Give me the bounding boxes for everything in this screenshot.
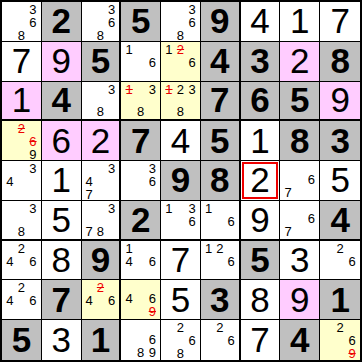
pencil-marks: 378 <box>82 201 120 239</box>
cell-r4c4[interactable]: 7 <box>121 121 161 161</box>
pencil-marks: 368 <box>2 2 41 41</box>
pencil-marks: 36 <box>121 161 160 200</box>
given-digit: 5 <box>12 322 31 358</box>
candidate: 6 <box>106 16 117 29</box>
cell-r1c5[interactable]: 368 <box>161 2 201 42</box>
cell-r6c1[interactable]: 38 <box>2 201 42 241</box>
candidate: 6 <box>225 334 236 347</box>
cell-r9c3[interactable]: 1 <box>82 320 122 360</box>
given-digit: 5 <box>210 123 229 159</box>
cell-r5c1[interactable]: 34 <box>2 161 42 201</box>
candidate: 2 <box>214 242 225 255</box>
cell-r7c6[interactable]: 126 <box>201 241 241 281</box>
cell-r7c9[interactable]: 26 <box>320 241 360 281</box>
cell-r6c6[interactable]: 16 <box>201 201 241 241</box>
cell-r6c9[interactable]: 4 <box>320 201 360 241</box>
cell-r1c7[interactable]: 4 <box>241 2 281 42</box>
given-digit: 9 <box>91 242 110 278</box>
solved-digit: 8 <box>250 282 269 318</box>
pencil-marks: 38 <box>82 82 120 120</box>
cell-r2c6[interactable]: 4 <box>201 42 241 82</box>
candidate: 2 <box>175 321 187 334</box>
given-digit: 4 <box>290 322 309 358</box>
candidate: 6 <box>186 16 198 29</box>
solved-digit: 9 <box>250 202 269 238</box>
cell-r8c1[interactable]: 246 <box>2 280 42 320</box>
candidate: 2 <box>16 242 28 255</box>
candidate: 2 <box>334 321 346 334</box>
candidate: 4 <box>4 175 16 188</box>
cell-r3c7[interactable]: 6 <box>241 82 281 122</box>
candidate: 8 <box>95 225 106 238</box>
candidate: 8 <box>16 29 28 42</box>
cell-r5c6[interactable]: 8 <box>201 161 241 201</box>
candidate: 6 <box>27 16 39 29</box>
solved-digit: 1 <box>290 3 309 39</box>
pencil-marks: 246 <box>2 241 41 280</box>
cell-r4c2[interactable]: 6 <box>42 121 82 161</box>
candidate: 6 <box>27 294 39 307</box>
cell-r4c3[interactable]: 2 <box>82 121 122 161</box>
given-digit: 8 <box>290 123 309 159</box>
given-digit: 7 <box>210 82 229 118</box>
cell-r2c1[interactable]: 7 <box>2 42 42 82</box>
candidate: 4 <box>4 294 16 307</box>
candidate: 8 <box>135 346 147 359</box>
given-digit: 8 <box>330 43 349 79</box>
solved-digit: 3 <box>51 322 70 358</box>
cell-r4c8[interactable]: 8 <box>280 121 320 161</box>
candidate: 1 <box>123 242 135 255</box>
candidate: 1 <box>203 202 214 215</box>
cell-r7c8[interactable]: 3 <box>280 241 320 281</box>
cell-r7c2[interactable]: 8 <box>42 241 82 281</box>
candidate: 6 <box>306 212 318 225</box>
candidate: 4 <box>4 255 16 268</box>
cell-r2c4[interactable]: 16 <box>121 42 161 82</box>
candidate: 8 <box>95 29 106 42</box>
candidate: 8 <box>175 105 187 118</box>
cell-r5c4[interactable]: 36 <box>121 161 161 201</box>
candidate: 6 <box>147 175 159 188</box>
candidate: 6 <box>147 255 159 268</box>
solved-digit: 7 <box>12 43 31 79</box>
cell-r9c7[interactable]: 7 <box>241 320 281 360</box>
given-digit: 9 <box>171 162 190 198</box>
pencil-marks: 136 <box>161 201 200 239</box>
cell-r5c2[interactable]: 1 <box>42 161 82 201</box>
cell-r9c9[interactable]: 269 <box>320 320 360 360</box>
candidate: 6 <box>346 255 358 268</box>
candidate: 2 <box>175 83 187 96</box>
pencil-marks: 368 <box>82 2 120 41</box>
cell-r2c8[interactable]: 2 <box>280 42 320 82</box>
candidate: 4 <box>123 292 135 305</box>
cell-r2c2[interactable]: 9 <box>42 42 82 82</box>
cell-r1c3[interactable]: 368 <box>82 2 122 42</box>
candidate: 3 <box>186 202 198 215</box>
solved-digit: 5 <box>51 202 70 238</box>
candidate: 3 <box>106 202 117 215</box>
cell-r5c9[interactable]: 5 <box>320 161 360 201</box>
solved-digit: 2 <box>91 123 110 159</box>
candidate: 1 <box>123 43 135 56</box>
candidate: 6 <box>186 334 198 347</box>
given-digit: 7 <box>131 123 150 159</box>
cell-r3c3[interactable]: 38 <box>82 82 122 122</box>
cell-r9c1[interactable]: 5 <box>2 320 42 360</box>
cell-r5c3[interactable]: 347 <box>82 161 122 201</box>
candidate: 8 <box>135 105 147 118</box>
candidate: 3 <box>147 83 159 96</box>
cell-r4c1[interactable]: 269 <box>2 121 42 161</box>
cell-r2c5[interactable]: 126 <box>161 42 201 82</box>
given-digit: 5 <box>131 3 150 39</box>
given-digit: 5 <box>91 43 110 79</box>
candidate: 1 <box>203 242 214 255</box>
pencil-marks: 368 <box>161 2 200 41</box>
candidate: 1 <box>163 43 175 56</box>
given-digit: 6 <box>250 82 269 118</box>
candidate: 8 <box>16 225 28 238</box>
pencil-marks: 126 <box>201 241 239 280</box>
cell-r9c4[interactable]: 689 <box>121 320 161 360</box>
pencil-marks: 268 <box>161 320 200 360</box>
given-digit: 2 <box>51 3 70 39</box>
cell-r3c1[interactable]: 1 <box>2 82 42 122</box>
cell-r8c7[interactable]: 8 <box>241 280 281 320</box>
pencil-marks: 126 <box>161 42 200 81</box>
solved-digit: 9 <box>51 43 70 79</box>
cell-r4c7[interactable]: 1 <box>241 121 281 161</box>
solved-digit: 5 <box>330 162 349 198</box>
solved-digit: 2 <box>290 43 309 79</box>
pencil-marks: 16 <box>121 42 160 81</box>
pencil-marks: 347 <box>82 161 120 200</box>
candidate: 6 <box>147 56 159 69</box>
candidate: 8 <box>95 105 106 118</box>
candidate: 8 <box>175 347 187 360</box>
cell-r8c5[interactable]: 5 <box>161 280 201 320</box>
candidate-eliminated: 2 <box>95 281 106 294</box>
candidate: 2 <box>334 242 346 255</box>
pencil-marks: 1238 <box>161 82 200 120</box>
cell-r8c3[interactable]: 246 <box>82 280 122 320</box>
pencil-marks: 138 <box>121 82 160 120</box>
solved-digit: 9 <box>290 282 309 318</box>
cell-r4c9[interactable]: 3 <box>320 121 360 161</box>
candidate: 7 <box>84 188 95 201</box>
cell-r3c2[interactable]: 4 <box>42 82 82 122</box>
cell-r2c3[interactable]: 5 <box>82 42 122 82</box>
cell-r8c2[interactable]: 7 <box>42 280 82 320</box>
given-digit: 9 <box>210 3 229 39</box>
pencil-marks: 246 <box>2 280 41 319</box>
cell-r1c2[interactable]: 2 <box>42 2 82 42</box>
given-digit: 5 <box>250 242 269 278</box>
candidate-eliminated: 9 <box>346 347 358 360</box>
cell-r6c7[interactable]: 9 <box>241 201 281 241</box>
solved-digit: 7 <box>330 3 349 39</box>
pencil-marks: 38 <box>2 201 41 239</box>
candidate: 2 <box>214 321 225 334</box>
cell-r5c5[interactable]: 9 <box>161 161 201 201</box>
cell-r6c5[interactable]: 136 <box>161 201 201 241</box>
cell-r8c6[interactable]: 3 <box>201 280 241 320</box>
pencil-marks: 34 <box>2 161 41 200</box>
cell-r5c7[interactable]: 2 <box>241 161 281 201</box>
candidate: 6 <box>225 255 236 268</box>
candidate: 7 <box>282 186 294 199</box>
cell-r3c5[interactable]: 1238 <box>161 82 201 122</box>
solved-digit: 1 <box>12 82 31 118</box>
pencil-marks: 689 <box>121 320 160 360</box>
candidate: 3 <box>27 202 39 215</box>
cell-r9c6[interactable]: 26 <box>201 320 241 360</box>
cell-r3c8[interactable]: 5 <box>280 82 320 122</box>
candidate: 3 <box>186 83 198 96</box>
candidate: 8 <box>175 29 187 42</box>
cell-r5c8[interactable]: 67 <box>280 161 320 201</box>
cell-r9c2[interactable]: 3 <box>42 320 82 360</box>
solved-digit: 8 <box>51 242 70 278</box>
candidate: 6 <box>27 255 39 268</box>
cell-r3c4[interactable]: 138 <box>121 82 161 122</box>
pencil-marks: 16 <box>201 201 239 239</box>
candidate-eliminated: 2 <box>175 43 187 56</box>
candidate: 6 <box>186 215 198 228</box>
given-digit: 8 <box>210 162 229 198</box>
candidate: 6 <box>306 173 318 186</box>
given-digit: 3 <box>210 282 229 318</box>
cell-r2c9[interactable]: 8 <box>320 42 360 82</box>
given-digit: 2 <box>131 202 150 238</box>
cell-r9c5[interactable]: 268 <box>161 320 201 360</box>
solved-digit: 5 <box>171 282 190 318</box>
solved-digit: 1 <box>51 162 70 198</box>
given-digit: 7 <box>51 282 70 318</box>
cell-r7c4[interactable]: 146 <box>121 241 161 281</box>
pencil-marks: 269 <box>2 121 41 160</box>
solved-digit: 4 <box>250 3 269 39</box>
cell-r6c4[interactable]: 2 <box>121 201 161 241</box>
pencil-marks: 246 <box>82 280 120 319</box>
candidate-eliminated: 2 <box>16 122 28 135</box>
cell-r8c8[interactable]: 9 <box>280 280 320 320</box>
pencil-marks: 469 <box>121 280 160 319</box>
cell-r2c7[interactable]: 3 <box>241 42 281 82</box>
candidate: 9 <box>147 346 159 359</box>
candidate: 6 <box>106 294 117 307</box>
solved-digit: 7 <box>250 322 269 358</box>
cell-r6c2[interactable]: 5 <box>42 201 82 241</box>
cell-r6c8[interactable]: 67 <box>280 201 320 241</box>
given-digit: 4 <box>210 43 229 79</box>
cell-r9c8[interactable]: 4 <box>280 320 320 360</box>
cell-r1c8[interactable]: 1 <box>280 2 320 42</box>
cell-r1c6[interactable]: 9 <box>201 2 241 42</box>
solved-digit: 3 <box>290 242 309 278</box>
candidate: 7 <box>282 225 294 238</box>
given-digit: 3 <box>250 43 269 79</box>
candidate: 4 <box>123 255 135 268</box>
candidate-eliminated: 1 <box>163 83 175 96</box>
cell-r6c3[interactable]: 378 <box>82 201 122 241</box>
pencil-marks: 67 <box>280 201 319 239</box>
candidate: 6 <box>186 56 198 69</box>
cell-r3c9[interactable]: 9 <box>320 82 360 122</box>
solved-digit: 7 <box>171 242 190 278</box>
given-digit: 3 <box>330 123 349 159</box>
solved-digit: 4 <box>171 123 190 159</box>
pencil-marks: 26 <box>201 320 239 360</box>
candidate: 2 <box>16 281 28 294</box>
cell-r8c9[interactable]: 1 <box>320 280 360 320</box>
solved-digit: 9 <box>330 82 349 118</box>
cell-r7c7[interactable]: 5 <box>241 241 281 281</box>
cell-r7c3[interactable]: 9 <box>82 241 122 281</box>
candidate: 3 <box>106 83 117 96</box>
solved-digit: 2 <box>250 162 269 198</box>
candidate: 6 <box>225 215 236 228</box>
pencil-marks: 146 <box>121 241 160 280</box>
pencil-marks: 269 <box>320 320 360 360</box>
candidate-eliminated: 9 <box>147 305 159 318</box>
given-digit: 4 <box>51 82 70 118</box>
pencil-marks: 67 <box>280 161 319 200</box>
pencil-marks: 26 <box>320 241 360 280</box>
given-digit: 5 <box>290 82 309 118</box>
candidate: 1 <box>163 202 175 215</box>
cell-r7c1[interactable]: 246 <box>2 241 42 281</box>
sudoku-board: 3682368536894177951612643281438138123876… <box>0 0 362 362</box>
given-digit: 4 <box>330 202 349 238</box>
cell-r4c6[interactable]: 5 <box>201 121 241 161</box>
candidate: 3 <box>27 162 39 175</box>
cell-r1c4[interactable]: 5 <box>121 2 161 42</box>
candidate: 9 <box>27 148 39 161</box>
candidate: 4 <box>84 294 95 307</box>
given-digit: 1 <box>330 282 349 318</box>
cell-r1c1[interactable]: 368 <box>2 2 42 42</box>
cell-r3c6[interactable]: 7 <box>201 82 241 122</box>
solved-digit: 1 <box>250 123 269 159</box>
solved-digit: 6 <box>51 123 70 159</box>
candidate: 7 <box>84 225 95 238</box>
cell-r4c5[interactable]: 4 <box>161 121 201 161</box>
candidate: 3 <box>106 162 117 175</box>
cell-r1c9[interactable]: 7 <box>320 2 360 42</box>
cell-r8c4[interactable]: 469 <box>121 280 161 320</box>
candidate-eliminated: 1 <box>123 83 135 96</box>
given-digit: 1 <box>91 322 110 358</box>
cell-r7c5[interactable]: 7 <box>161 241 201 281</box>
